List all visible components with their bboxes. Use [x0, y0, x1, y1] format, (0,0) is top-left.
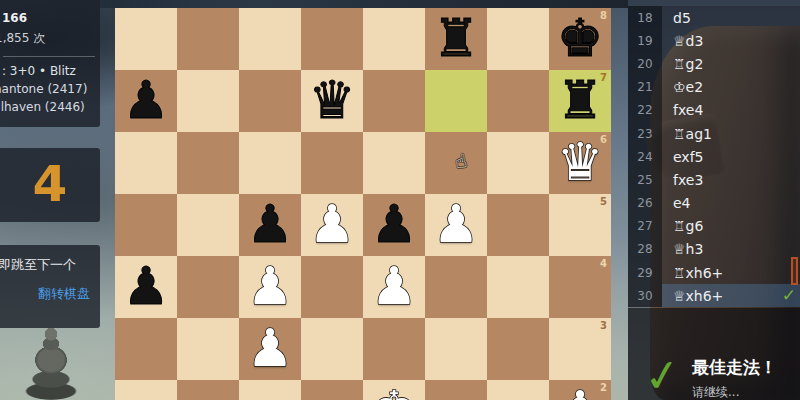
move-number: 28: [628, 238, 662, 261]
square-c6[interactable]: [239, 132, 301, 194]
chess-board[interactable]: 8765432♜♚♟♛♜♛♟♟♟♟♟♟♟♟♚♟: [115, 8, 611, 400]
rank-label-3: 3: [549, 320, 607, 332]
move-san: exf5: [662, 145, 800, 168]
auto-jump-toggle-label[interactable]: 即跳至下一个: [0, 256, 76, 274]
move-san: e4: [662, 192, 800, 215]
move-row-26[interactable]: 26e4: [628, 192, 800, 215]
puzzle-info-panel: 166 1,855 次 : 3+0 • Blitz hantone (2417)…: [0, 0, 100, 127]
square-c2[interactable]: [239, 380, 301, 400]
square-c8[interactable]: [239, 8, 301, 70]
move-row-21[interactable]: 21♔e2: [628, 76, 800, 99]
stone-pawn-statue: [18, 326, 84, 400]
move-number: 26: [628, 192, 662, 215]
move-number: 29: [628, 261, 662, 284]
move-number: 24: [628, 145, 662, 168]
square-d4[interactable]: [301, 256, 363, 318]
square-f4[interactable]: [425, 256, 487, 318]
rank-label-4: 4: [549, 258, 607, 270]
correct-move-check-icon: ✓: [782, 285, 796, 305]
countdown-number: 4: [0, 148, 100, 220]
move-row-29[interactable]: 29♖xh6+: [628, 261, 800, 284]
flip-board-link[interactable]: 翻转棋盘: [38, 285, 90, 303]
move-san: ♖g6: [662, 215, 800, 238]
square-g2[interactable]: [487, 380, 549, 400]
move-number: 30: [628, 284, 662, 307]
puzzle-id: 166: [2, 11, 27, 25]
black-rook-h7[interactable]: ♜: [549, 70, 611, 132]
square-c7[interactable]: [239, 70, 301, 132]
white-pawn-d5[interactable]: ♟: [301, 194, 363, 256]
move-row-18[interactable]: 18d5: [628, 6, 800, 29]
move-number: 19: [628, 29, 662, 52]
square-g6[interactable]: [487, 132, 549, 194]
square-e7[interactable]: [363, 70, 425, 132]
black-pawn-c5[interactable]: ♟: [239, 194, 301, 256]
square-a3[interactable]: [115, 318, 177, 380]
move-row-22[interactable]: 22fxe4: [628, 99, 800, 122]
move-number: 21: [628, 76, 662, 99]
square-a8[interactable]: [115, 8, 177, 70]
move-san: ♕d3: [662, 29, 800, 52]
square-b2[interactable]: [177, 380, 239, 400]
move-row-25[interactable]: 25fxe3: [628, 168, 800, 191]
square-a2[interactable]: [115, 380, 177, 400]
panel-divider: [3, 56, 95, 57]
square-f3[interactable]: [425, 318, 487, 380]
square-a5[interactable]: [115, 194, 177, 256]
move-list-scrollbar-thumb[interactable]: [791, 257, 798, 285]
square-b6[interactable]: [177, 132, 239, 194]
square-g4[interactable]: [487, 256, 549, 318]
move-row-19[interactable]: 19♕d3: [628, 29, 800, 52]
move-number: 22: [628, 99, 662, 122]
move-row-30[interactable]: 30♕xh6+✓: [628, 284, 800, 307]
player1-name-rating[interactable]: hantone (2417): [0, 82, 87, 96]
countdown-panel: 4: [0, 148, 100, 222]
black-queen-d7[interactable]: ♛: [301, 70, 363, 132]
game-time-control: : 3+0 • Blitz: [2, 64, 76, 78]
square-g7[interactable]: [487, 70, 549, 132]
move-row-20[interactable]: 20♖g2: [628, 52, 800, 75]
square-e6[interactable]: [363, 132, 425, 194]
square-f7[interactable]: [425, 70, 487, 132]
move-row-27[interactable]: 27♖g6: [628, 215, 800, 238]
white-pawn-c4[interactable]: ♟: [239, 256, 301, 318]
move-san: fxe3: [662, 168, 800, 191]
move-row-24[interactable]: 24exf5: [628, 145, 800, 168]
square-g5[interactable]: [487, 194, 549, 256]
white-king-e2[interactable]: ♚: [363, 380, 425, 400]
player2-name-rating[interactable]: illhaven (2446): [0, 100, 85, 114]
move-row-23[interactable]: 23♖ag1: [628, 122, 800, 145]
options-panel: 即跳至下一个 翻转棋盘: [0, 245, 100, 328]
feedback-subtitle: 请继续...: [692, 384, 739, 400]
top-nav-strip: [100, 0, 628, 8]
square-e3[interactable]: [363, 318, 425, 380]
move-san: ♖xh6+: [662, 261, 800, 284]
square-d6[interactable]: [301, 132, 363, 194]
black-pawn-e5[interactable]: ♟: [363, 194, 425, 256]
move-number: 18: [628, 6, 662, 29]
black-pawn-a7[interactable]: ♟: [115, 70, 177, 132]
move-san: ♖g2: [662, 52, 800, 75]
move-number: 20: [628, 52, 662, 75]
square-g8[interactable]: [487, 8, 549, 70]
square-b7[interactable]: [177, 70, 239, 132]
square-d3[interactable]: [301, 318, 363, 380]
move-san: ♕h3: [662, 238, 800, 261]
feedback-panel: ✓ 最佳走法！ 请继续...: [628, 308, 800, 400]
white-queen-h6[interactable]: ♛: [549, 132, 611, 194]
white-pawn-f5[interactable]: ♟: [425, 194, 487, 256]
best-move-check-icon: ✓: [641, 352, 684, 400]
black-king-h8[interactable]: ♚: [549, 8, 611, 70]
puzzle-play-count: 1,855 次: [0, 30, 45, 47]
black-pawn-a4[interactable]: ♟: [115, 256, 177, 318]
puzzle-page: 166 1,855 次 : 3+0 • Blitz hantone (2417)…: [0, 0, 800, 400]
square-b3[interactable]: [177, 318, 239, 380]
black-rook-f8[interactable]: ♜: [425, 8, 487, 70]
square-f2[interactable]: [425, 380, 487, 400]
square-g3[interactable]: [487, 318, 549, 380]
move-number: 25: [628, 168, 662, 191]
move-number: 27: [628, 215, 662, 238]
move-san: d5: [662, 6, 800, 29]
rank-label-5: 5: [549, 196, 607, 208]
move-san: ♔e2: [662, 76, 800, 99]
square-a6[interactable]: [115, 132, 177, 194]
square-b4[interactable]: [177, 256, 239, 318]
square-d8[interactable]: [301, 8, 363, 70]
white-pawn-e4[interactable]: ♟: [363, 256, 425, 318]
white-pawn-c3[interactable]: ♟: [239, 318, 301, 380]
square-b8[interactable]: [177, 8, 239, 70]
square-b5[interactable]: [177, 194, 239, 256]
feedback-title: 最佳走法！: [692, 356, 777, 379]
move-list: 18d519♕d320♖g221♔e222fxe423♖ag124exf525f…: [628, 0, 800, 308]
move-row-28[interactable]: 28♕h3: [628, 238, 800, 261]
move-san: ♖ag1: [662, 122, 800, 145]
square-e8[interactable]: [363, 8, 425, 70]
move-san: fxe4: [662, 99, 800, 122]
white-pawn-h2[interactable]: ♟: [549, 380, 611, 400]
move-san: ♕xh6+: [662, 284, 800, 307]
move-number: 23: [628, 122, 662, 145]
square-d2[interactable]: [301, 380, 363, 400]
